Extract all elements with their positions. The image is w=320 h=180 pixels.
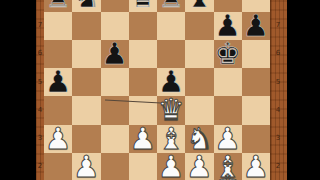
piece-black-queen-d8: ♛ — [129, 0, 157, 12]
square-b4 — [72, 96, 100, 124]
rank-label-4-right: 4 — [270, 107, 286, 114]
rank-label-3-left: 3 — [36, 135, 44, 142]
square-f6 — [185, 40, 213, 68]
square-b6 — [72, 40, 100, 68]
square-h6 — [242, 40, 270, 68]
piece-black-pawn-c6: ♟ — [101, 40, 129, 68]
square-f7 — [185, 12, 213, 40]
rank-label-2-right: 2 — [270, 163, 286, 170]
square-f5 — [185, 68, 213, 96]
piece-white-pawn-f2: ♟ — [185, 153, 213, 180]
rank-label-7-right: 7 — [270, 22, 286, 29]
piece-black-rook-a8: ♜ — [44, 0, 72, 12]
rank-label-6-left: 6 — [36, 50, 44, 57]
chess-board: ♜♞♛♜♝♟♟♟♚♟♟♛♟♟♝♞♟♟♟♟♝♟♚ — [44, 0, 270, 180]
rank-label-5-right: 5 — [270, 79, 286, 86]
piece-white-pawn-e2: ♟ — [157, 153, 185, 180]
square-d2 — [129, 153, 157, 180]
square-c5 — [101, 68, 129, 96]
square-c4 — [101, 96, 129, 124]
square-d6 — [129, 40, 157, 68]
square-c8 — [101, 0, 129, 12]
piece-white-pawn-d3: ♟ — [129, 125, 157, 153]
piece-white-pawn-h2: ♟ — [242, 153, 270, 180]
piece-black-rook-e8: ♜ — [157, 0, 185, 12]
piece-black-bishop-f8: ♝ — [185, 0, 213, 12]
square-c2 — [101, 153, 129, 180]
square-e7 — [157, 12, 185, 40]
square-a2 — [44, 153, 72, 180]
rank-label-7-left: 7 — [36, 22, 44, 29]
rank-label-5-left: 5 — [36, 79, 44, 86]
rank-label-4-left: 4 — [36, 107, 44, 114]
piece-black-pawn-h7: ♟ — [242, 12, 270, 40]
piece-black-king-g6: ♚ — [214, 40, 242, 68]
square-b5 — [72, 68, 100, 96]
square-b7 — [72, 12, 100, 40]
square-a7 — [44, 12, 72, 40]
square-c3 — [101, 125, 129, 153]
square-h4 — [242, 96, 270, 124]
square-g5 — [214, 68, 242, 96]
rank-label-2-left: 2 — [36, 163, 44, 170]
piece-white-pawn-a3: ♟ — [44, 125, 72, 153]
rank-label-6-right: 6 — [270, 50, 286, 57]
square-d7 — [129, 12, 157, 40]
square-h5 — [242, 68, 270, 96]
square-d5 — [129, 68, 157, 96]
piece-black-knight-b8: ♞ — [72, 0, 100, 12]
piece-white-pawn-b2: ♟ — [72, 153, 100, 180]
chessboard-video-frame: ♜♞♛♜♝♟♟♟♚♟♟♛♟♟♝♞♟♟♟♟♝♟♚ 776655443322 — [0, 0, 320, 180]
piece-black-pawn-a5: ♟ — [44, 68, 72, 96]
rank-label-3-right: 3 — [270, 135, 286, 142]
piece-white-king-g1: ♚ — [214, 172, 242, 180]
